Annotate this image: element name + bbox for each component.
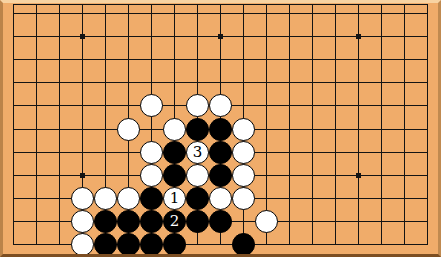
hoshi-dot — [80, 34, 85, 39]
stone-black — [117, 210, 140, 233]
move-number-label: 1 — [170, 191, 180, 206]
stone-black — [140, 210, 163, 233]
grid-line-horizontal — [13, 13, 428, 14]
grid-line-vertical — [59, 4, 60, 245]
grid-line-vertical — [427, 4, 428, 245]
stone-white — [71, 233, 94, 256]
stone-white — [140, 141, 163, 164]
grid-line-horizontal — [13, 82, 428, 83]
stone-white — [255, 210, 278, 233]
stone-black — [140, 187, 163, 210]
stone-white — [209, 187, 232, 210]
stone-black — [209, 141, 232, 164]
stone-black — [140, 233, 163, 256]
grid-line-horizontal — [13, 59, 428, 60]
grid-line-vertical — [335, 4, 336, 245]
hoshi-dot — [356, 34, 361, 39]
grid-line-vertical — [312, 4, 313, 245]
stone-white: 1 — [163, 187, 186, 210]
move-number-label: 2 — [170, 214, 180, 229]
stone-black — [209, 118, 232, 141]
stone-white — [117, 187, 140, 210]
stone-white — [117, 118, 140, 141]
stone-black — [186, 210, 209, 233]
stone-black — [163, 164, 186, 187]
stone-black — [163, 233, 186, 256]
grid-line-vertical — [381, 4, 382, 245]
grid-line-vertical — [36, 4, 37, 245]
stone-black — [209, 210, 232, 233]
move-number-label: 3 — [193, 145, 203, 160]
go-diagram: 312 — [0, 0, 441, 257]
stone-white — [71, 187, 94, 210]
stone-black — [209, 164, 232, 187]
stone-black — [94, 233, 117, 256]
stone-white — [71, 210, 94, 233]
stone-white — [232, 141, 255, 164]
stone-black — [94, 210, 117, 233]
stone-white — [232, 164, 255, 187]
stone-white — [232, 187, 255, 210]
hoshi-dot — [356, 173, 361, 178]
hoshi-dot — [80, 173, 85, 178]
grid-line-vertical — [404, 4, 405, 245]
stone-black — [232, 233, 255, 256]
stone-black — [186, 118, 209, 141]
stone-black — [163, 141, 186, 164]
stone-black: 2 — [163, 210, 186, 233]
stone-white — [232, 118, 255, 141]
hoshi-dot — [218, 34, 223, 39]
stone-white — [186, 94, 209, 117]
stone-black — [117, 233, 140, 256]
stone-white — [140, 164, 163, 187]
grid-line-vertical — [13, 4, 14, 245]
stone-black — [186, 187, 209, 210]
stone-white — [140, 94, 163, 117]
stone-white — [94, 187, 117, 210]
grid-line-vertical — [289, 4, 290, 245]
stone-white: 3 — [186, 141, 209, 164]
stone-white — [163, 118, 186, 141]
grid-line-vertical — [358, 4, 359, 245]
go-board: 312 — [3, 3, 438, 254]
stone-white — [209, 94, 232, 117]
grid-line-vertical — [266, 4, 267, 245]
stone-white — [186, 164, 209, 187]
